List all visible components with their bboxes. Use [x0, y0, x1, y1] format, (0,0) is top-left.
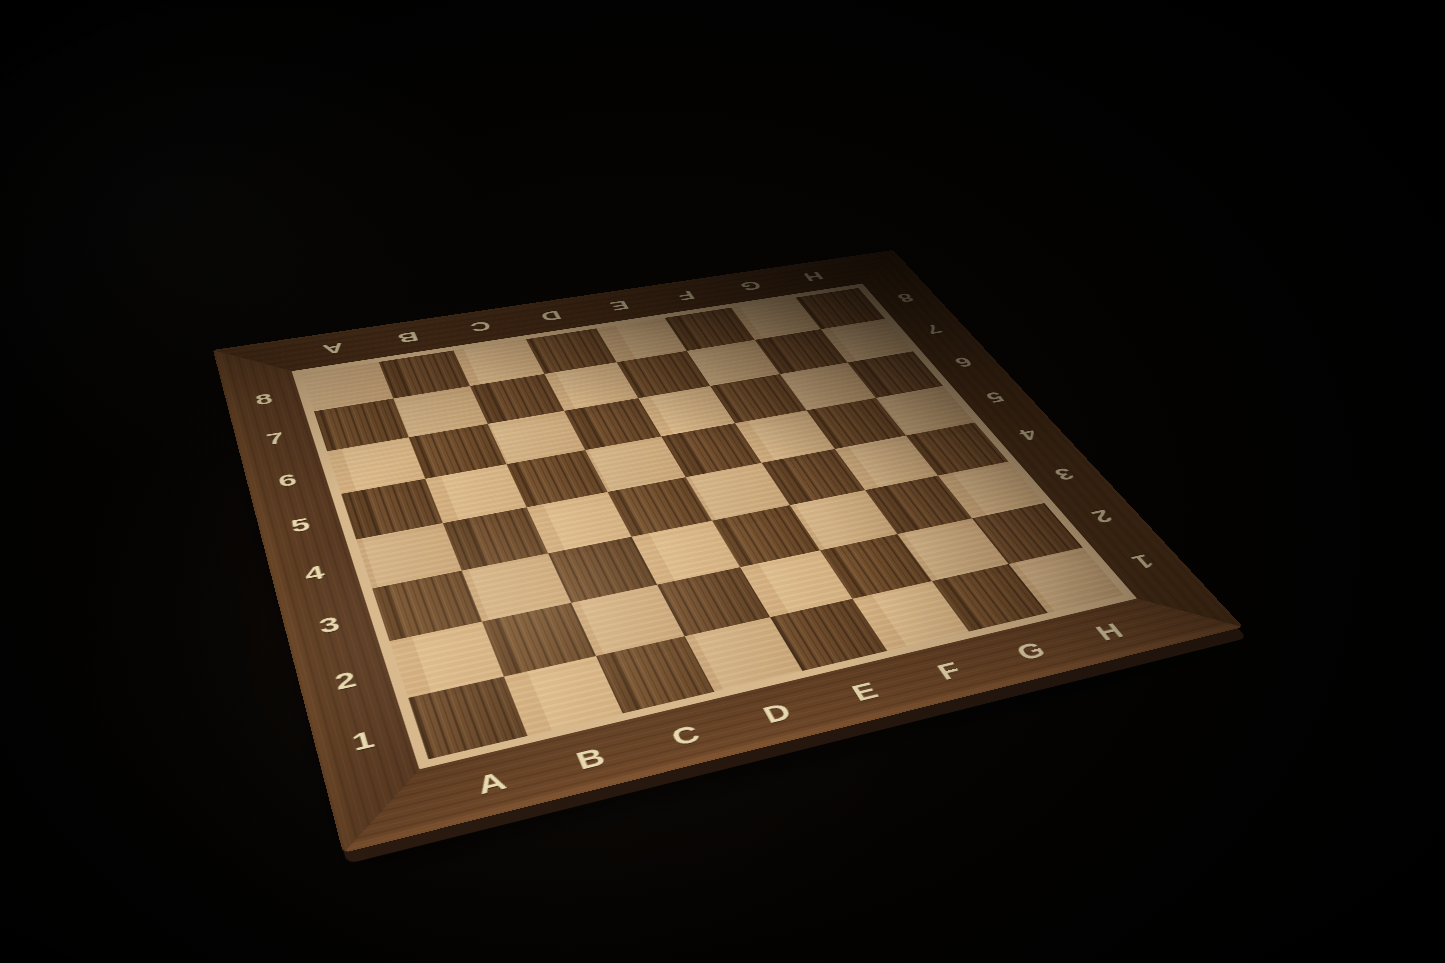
photo-scene: ABCDEFGH ABCDEFGH 87654321 87654321 [0, 0, 1445, 963]
